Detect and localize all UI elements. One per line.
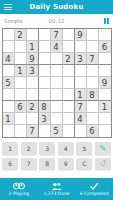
stats-bar: 2 Playing 1,273 Done 6 Completed: [0, 178, 113, 200]
sudoku-cell-r8c1[interactable]: 1: [3, 113, 15, 125]
stat-done-label: 1,273 Done: [43, 191, 69, 196]
sudoku-cell-r8c2[interactable]: [15, 113, 27, 125]
sudoku-cell-r6c3[interactable]: [27, 89, 39, 101]
sudoku-cell-r8c4[interactable]: 3: [39, 113, 51, 125]
sudoku-cell-r4c9[interactable]: [99, 65, 111, 77]
sudoku-cell-r7c6[interactable]: [63, 101, 75, 113]
sudoku-cell-r2c4[interactable]: [39, 41, 51, 53]
pad-row-1: 12345✎: [2, 142, 111, 155]
sudoku-cell-r9c5[interactable]: 5: [51, 125, 63, 137]
sudoku-cell-r8c7[interactable]: 4: [75, 113, 87, 125]
number-pad: 12345✎ 6789C↺: [0, 141, 113, 170]
sudoku-cell-r5c6[interactable]: [63, 77, 75, 89]
sudoku-cell-r2c5[interactable]: 4: [51, 41, 63, 53]
stat-completed-label: 6 Completed: [80, 191, 109, 196]
sudoku-cell-r3c2[interactable]: [15, 53, 27, 65]
stat-completed[interactable]: 6 Completed: [75, 182, 113, 197]
sudoku-cell-r5c3[interactable]: [27, 77, 39, 89]
sudoku-cell-r3c3[interactable]: 9: [27, 53, 39, 65]
sudoku-cell-r6c7[interactable]: 1: [75, 89, 87, 101]
sudoku-cell-r2c7[interactable]: [75, 41, 87, 53]
sudoku-cell-r2c2[interactable]: [15, 41, 27, 53]
sudoku-cell-r2c8[interactable]: [87, 41, 99, 53]
sudoku-cell-r1c2[interactable]: 2: [15, 29, 27, 41]
sudoku-cell-r4c2[interactable]: 1: [15, 65, 27, 77]
sudoku-cell-r5c1[interactable]: 5: [3, 77, 15, 89]
sudoku-cell-r6c8[interactable]: 8: [87, 89, 99, 101]
sudoku-cell-r6c5[interactable]: [51, 89, 63, 101]
sudoku-cell-r7c8[interactable]: [87, 101, 99, 113]
check-icon: [89, 182, 99, 190]
sudoku-cell-r4c4[interactable]: [39, 65, 51, 77]
pause-icon[interactable]: [104, 18, 109, 24]
menu-icon[interactable]: [4, 4, 12, 10]
sudoku-cell-r2c9[interactable]: 6: [99, 41, 111, 53]
sudoku-cell-r5c8[interactable]: [87, 77, 99, 89]
clear-button[interactable]: C: [76, 158, 92, 171]
digit-3-button[interactable]: 3: [39, 142, 55, 155]
app-bar: Daily Sudoku: [0, 0, 113, 14]
page-title: Daily Sudoku: [29, 0, 83, 14]
sudoku-cell-r1c8[interactable]: [87, 29, 99, 41]
sudoku-cell-r3c5[interactable]: [51, 53, 63, 65]
sudoku-cell-r6c6[interactable]: [63, 89, 75, 101]
sudoku-cell-r1c6[interactable]: [63, 29, 75, 41]
sudoku-cell-r5c2[interactable]: [15, 77, 27, 89]
sudoku-cell-r1c7[interactable]: 9: [75, 29, 87, 41]
sudoku-cell-r6c1[interactable]: [3, 89, 15, 101]
sudoku-cell-r3c4[interactable]: [39, 53, 51, 65]
stat-done[interactable]: 1,273 Done: [38, 182, 76, 197]
digit-1-button[interactable]: 1: [2, 142, 18, 155]
sudoku-cell-r9c7[interactable]: [75, 125, 87, 137]
digit-5-button[interactable]: 5: [76, 142, 92, 155]
sudoku-cell-r6c2[interactable]: [15, 89, 27, 101]
pad-row-2: 6789C↺: [2, 158, 111, 171]
sudoku-cell-r7c9[interactable]: 1: [99, 101, 111, 113]
sudoku-cell-r9c4[interactable]: [39, 125, 51, 137]
sudoku-cell-r9c1[interactable]: [3, 125, 15, 137]
sudoku-cell-r5c4[interactable]: [39, 77, 51, 89]
sudoku-cell-r2c1[interactable]: [3, 41, 15, 53]
users-icon: [51, 182, 63, 190]
sudoku-cell-r3c7[interactable]: 3: [75, 53, 87, 65]
digit-8-button[interactable]: 8: [39, 158, 55, 171]
sudoku-cell-r1c9[interactable]: [99, 29, 111, 41]
stat-playing-label: 2 Playing: [9, 191, 30, 196]
sudoku-cell-r7c7[interactable]: 7: [75, 101, 87, 113]
sudoku-cell-r7c3[interactable]: 2: [27, 101, 39, 113]
sudoku-cell-r4c1[interactable]: [3, 65, 15, 77]
sudoku-cell-r6c9[interactable]: [99, 89, 111, 101]
sudoku-cell-r4c8[interactable]: [87, 65, 99, 77]
sudoku-cell-r9c9[interactable]: [99, 125, 111, 137]
sudoku-cell-r6c4[interactable]: [39, 89, 51, 101]
pencil-icon[interactable]: ✎: [95, 142, 111, 155]
sudoku-cell-r8c6[interactable]: [63, 113, 75, 125]
sudoku-cell-r4c6[interactable]: [63, 65, 75, 77]
sudoku-cell-r3c9[interactable]: [99, 53, 111, 65]
sudoku-cell-r7c2[interactable]: 6: [15, 101, 27, 113]
sudoku-cell-r9c2[interactable]: [15, 125, 27, 137]
sudoku-cell-r2c6[interactable]: [63, 41, 75, 53]
sudoku-cell-r3c1[interactable]: 4: [3, 53, 15, 65]
sudoku-cell-r9c3[interactable]: 7: [27, 125, 39, 137]
sudoku-cell-r8c3[interactable]: [27, 113, 39, 125]
sudoku-cell-r5c7[interactable]: [75, 77, 87, 89]
sudoku-cell-r4c3[interactable]: 3: [27, 65, 39, 77]
digit-4-button[interactable]: 4: [58, 142, 74, 155]
sudoku-cell-r3c8[interactable]: 7: [87, 53, 99, 65]
sudoku-cell-r8c9[interactable]: [99, 113, 111, 125]
stat-playing[interactable]: 2 Playing: [0, 182, 38, 197]
timer-value: 00:12: [0, 18, 113, 24]
sudoku-cell-r1c3[interactable]: [27, 29, 39, 41]
sudoku-cell-r9c8[interactable]: 6: [87, 125, 99, 137]
sudoku-cell-r7c1[interactable]: [3, 101, 15, 113]
sudoku-cell-r2c3[interactable]: 1: [27, 41, 39, 53]
sudoku-cell-r8c5[interactable]: [51, 113, 63, 125]
sudoku-cell-r8c8[interactable]: [87, 113, 99, 125]
sudoku-cell-r9c6[interactable]: [63, 125, 75, 137]
digit-2-button[interactable]: 2: [21, 142, 37, 155]
sudoku-cell-r1c5[interactable]: 7: [51, 29, 63, 41]
sudoku-cell-r7c4[interactable]: 8: [39, 101, 51, 113]
sudoku-cell-r5c9[interactable]: 9: [99, 77, 111, 89]
digit-7-button[interactable]: 7: [21, 158, 37, 171]
sudoku-cell-r1c1[interactable]: [3, 29, 15, 41]
status-line: Simple 00:12: [0, 14, 113, 27]
digit-9-button[interactable]: 9: [58, 158, 74, 171]
sudoku-cell-r4c5[interactable]: [51, 65, 63, 77]
sudoku-cell-r3c6[interactable]: 2: [63, 53, 75, 65]
sudoku-board: 2791464923713591862871134756: [2, 28, 112, 138]
sudoku-cell-r5c5[interactable]: [51, 77, 63, 89]
sudoku-cell-r7c5[interactable]: [51, 101, 63, 113]
undo-icon[interactable]: ↺: [95, 158, 111, 171]
sudoku-cell-r4c7[interactable]: [75, 65, 87, 77]
sudoku-cell-r1c4[interactable]: [39, 29, 51, 41]
digit-6-button[interactable]: 6: [2, 158, 18, 171]
eyes-icon: [12, 182, 26, 190]
